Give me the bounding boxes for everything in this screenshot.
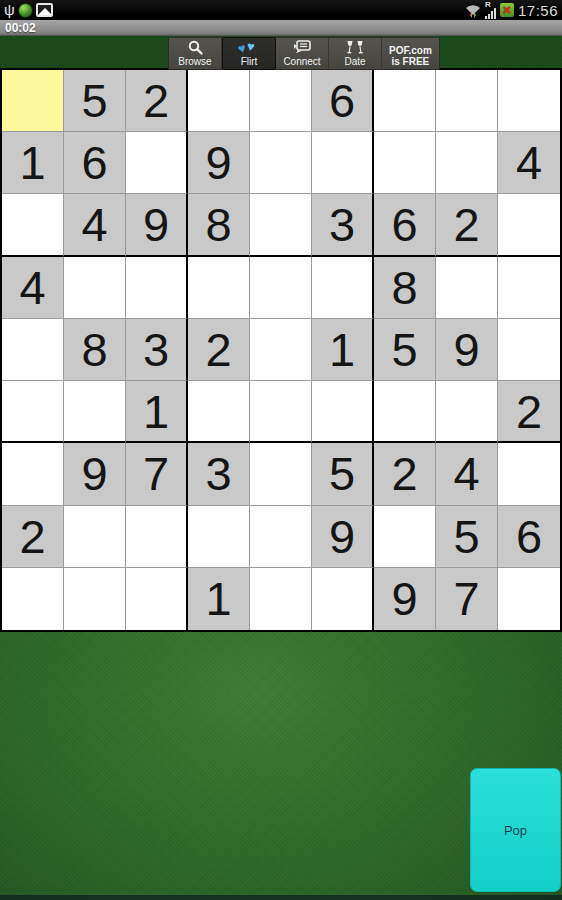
cell-r8c5[interactable] [250, 506, 312, 568]
cell-r2c5[interactable] [250, 132, 312, 194]
cell-r9c6[interactable] [312, 568, 374, 630]
cell-r4c1[interactable]: 4 [2, 257, 64, 319]
cell-r6c5[interactable] [250, 381, 312, 443]
cell-r1c2[interactable]: 5 [64, 70, 126, 132]
cell-r8c6[interactable]: 9 [312, 506, 374, 568]
cell-r6c1[interactable] [2, 381, 64, 443]
cell-r3c8[interactable]: 2 [436, 194, 498, 256]
cell-r3c6[interactable]: 3 [312, 194, 374, 256]
cell-r7c3[interactable]: 7 [126, 443, 188, 505]
cell-r4c2[interactable] [64, 257, 126, 319]
cell-r1c5[interactable] [250, 70, 312, 132]
ad-item-connect[interactable]: Connect [276, 38, 329, 69]
cell-r4c7[interactable]: 8 [374, 257, 436, 319]
cell-r8c7[interactable] [374, 506, 436, 568]
cell-r4c6[interactable] [312, 257, 374, 319]
cell-r6c6[interactable] [312, 381, 374, 443]
cell-r2c7[interactable] [374, 132, 436, 194]
magnifier-icon [188, 40, 203, 55]
cell-r6c8[interactable] [436, 381, 498, 443]
cell-r3c9[interactable] [498, 194, 560, 256]
cell-r6c4[interactable] [188, 381, 250, 443]
ad-item-label-line2: is FREE [392, 56, 430, 67]
chat-icon [293, 40, 311, 55]
timer-bar: 00:02 [0, 20, 562, 36]
cell-r5c3[interactable]: 3 [126, 319, 188, 381]
cell-r1c7[interactable] [374, 70, 436, 132]
cell-r8c2[interactable] [64, 506, 126, 568]
ad-item-pof[interactable]: POF.com is FREE [382, 38, 439, 69]
cell-r3c5[interactable] [250, 194, 312, 256]
cell-r9c8[interactable]: 7 [436, 568, 498, 630]
ad-banner: Browse ♥♥ Flirt Connect [168, 37, 440, 70]
cell-r8c3[interactable] [126, 506, 188, 568]
cell-r6c2[interactable] [64, 381, 126, 443]
cell-r7c1[interactable] [2, 443, 64, 505]
cell-r1c1[interactable] [2, 70, 64, 132]
cell-r8c8[interactable]: 5 [436, 506, 498, 568]
cell-r9c4[interactable]: 1 [188, 568, 250, 630]
wine-glasses-icon [346, 40, 364, 55]
cell-r4c8[interactable] [436, 257, 498, 319]
cell-r2c4[interactable]: 9 [188, 132, 250, 194]
status-bar: ψ R ✕ 17:56 [0, 0, 562, 20]
pop-button[interactable]: Pop [470, 768, 561, 892]
cell-r6c9[interactable]: 2 [498, 381, 560, 443]
cell-r5c7[interactable]: 5 [374, 319, 436, 381]
cell-r9c2[interactable] [64, 568, 126, 630]
cell-r7c5[interactable] [250, 443, 312, 505]
cell-r1c8[interactable] [436, 70, 498, 132]
cell-r3c3[interactable]: 9 [126, 194, 188, 256]
cell-r9c9[interactable] [498, 568, 560, 630]
hearts-icon: ♥♥ [238, 40, 260, 55]
cell-r7c9[interactable] [498, 443, 560, 505]
cell-r9c7[interactable]: 9 [374, 568, 436, 630]
cell-r6c3[interactable]: 1 [126, 381, 188, 443]
cell-r1c4[interactable] [188, 70, 250, 132]
cell-r5c5[interactable] [250, 319, 312, 381]
ad-item-label: Connect [283, 56, 320, 67]
elapsed-time: 00:02 [0, 21, 36, 35]
cell-r3c4[interactable]: 8 [188, 194, 250, 256]
ad-item-label: Browse [178, 56, 211, 67]
cell-r7c6[interactable]: 5 [312, 443, 374, 505]
cell-r2c8[interactable] [436, 132, 498, 194]
cell-r2c1[interactable]: 1 [2, 132, 64, 194]
ad-item-label-line1: POF.com [389, 45, 432, 56]
status-clock: 17:56 [518, 2, 558, 19]
cell-r8c4[interactable] [188, 506, 250, 568]
roaming-indicator: R [485, 0, 491, 9]
cell-r9c1[interactable] [2, 568, 64, 630]
cell-r5c6[interactable]: 1 [312, 319, 374, 381]
cell-r2c3[interactable] [126, 132, 188, 194]
ad-item-label: Date [344, 56, 365, 67]
cell-r1c3[interactable]: 2 [126, 70, 188, 132]
cell-r3c1[interactable] [2, 194, 64, 256]
ad-item-browse[interactable]: Browse [169, 38, 222, 69]
cell-r5c2[interactable]: 8 [64, 319, 126, 381]
cell-r4c4[interactable] [188, 257, 250, 319]
bottom-shade [0, 895, 562, 900]
cell-r7c8[interactable]: 4 [436, 443, 498, 505]
cell-r8c9[interactable]: 6 [498, 506, 560, 568]
sudoku-grid: 526169449836248832159129735242956197 [0, 68, 562, 632]
cell-r3c7[interactable]: 6 [374, 194, 436, 256]
cell-r3c2[interactable]: 4 [64, 194, 126, 256]
gallery-icon [36, 3, 53, 17]
cell-r8c1[interactable]: 2 [2, 506, 64, 568]
ad-item-label: Flirt [241, 56, 258, 67]
signal-strength-icon: R [485, 2, 496, 19]
usb-icon: ψ [4, 2, 15, 17]
cell-r5c8[interactable]: 9 [436, 319, 498, 381]
cell-r4c9[interactable] [498, 257, 560, 319]
cell-r7c4[interactable]: 3 [188, 443, 250, 505]
cell-r6c7[interactable] [374, 381, 436, 443]
cell-r5c1[interactable] [2, 319, 64, 381]
cell-r4c3[interactable] [126, 257, 188, 319]
cell-r2c2[interactable]: 6 [64, 132, 126, 194]
cell-r9c3[interactable] [126, 568, 188, 630]
cell-r7c2[interactable]: 9 [64, 443, 126, 505]
ad-item-flirt[interactable]: ♥♥ Flirt [222, 37, 276, 70]
cell-r5c9[interactable] [498, 319, 560, 381]
cell-r4c5[interactable] [250, 257, 312, 319]
cell-r1c9[interactable] [498, 70, 560, 132]
wifi-icon [465, 3, 481, 18]
pop-button-label: Pop [504, 823, 527, 838]
status-bar-right: R ✕ 17:56 [465, 2, 562, 19]
cell-r2c9[interactable]: 4 [498, 132, 560, 194]
cell-r9c5[interactable] [250, 568, 312, 630]
cell-r5c4[interactable]: 2 [188, 319, 250, 381]
cell-r7c7[interactable]: 2 [374, 443, 436, 505]
battery-alert-icon: ✕ [500, 3, 514, 17]
cell-r1c6[interactable]: 6 [312, 70, 374, 132]
status-bar-left: ψ [0, 3, 53, 18]
app-dot-icon [18, 3, 33, 18]
ad-item-date[interactable]: Date [329, 38, 382, 69]
cell-r2c6[interactable] [312, 132, 374, 194]
